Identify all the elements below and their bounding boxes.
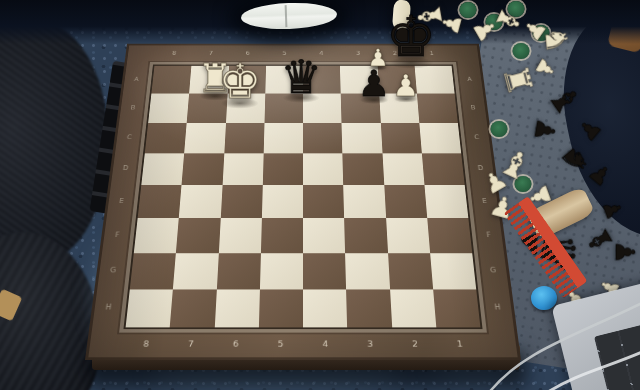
- square[interactable]: [145, 123, 187, 153]
- square[interactable]: [422, 153, 465, 185]
- square[interactable]: [182, 153, 224, 185]
- coordinate-label: 2: [412, 340, 418, 348]
- square[interactable]: [342, 123, 382, 153]
- square[interactable]: [126, 289, 174, 327]
- chess-piece-black-pawn-b3[interactable]: ♟: [358, 66, 390, 102]
- felt-base: [513, 43, 530, 59]
- coordinate-label: B: [470, 106, 475, 111]
- chess-piece-white-king[interactable]: ♚: [218, 57, 261, 105]
- square[interactable]: [176, 218, 220, 253]
- coordinate-label: F: [486, 232, 491, 238]
- board-grid: [126, 66, 481, 328]
- coordinate-label: E: [119, 198, 124, 204]
- coordinate-label: C: [126, 135, 131, 140]
- square[interactable]: [130, 253, 176, 289]
- captured-piece: ♟: [530, 116, 560, 143]
- chess-piece-black-king[interactable]: ♚: [386, 9, 436, 65]
- square[interactable]: [303, 153, 343, 185]
- square[interactable]: [303, 218, 345, 253]
- square[interactable]: [184, 123, 225, 153]
- square[interactable]: [386, 218, 430, 253]
- square[interactable]: [224, 123, 264, 153]
- table-scene: 8765432187654321ABCDEFGHABCDEFGH ♝♟♟♝♟♞♜…: [0, 0, 640, 390]
- square[interactable]: [263, 123, 303, 153]
- square[interactable]: [259, 289, 303, 327]
- coordinate-label: 4: [323, 340, 329, 348]
- coordinate-label: H: [105, 305, 112, 312]
- square[interactable]: [260, 253, 303, 289]
- chess-piece-white-pawn-b2[interactable]: ♟: [393, 71, 420, 101]
- square[interactable]: [214, 289, 259, 327]
- square[interactable]: [343, 185, 385, 218]
- square[interactable]: [388, 253, 433, 289]
- square[interactable]: [148, 94, 189, 123]
- square[interactable]: [170, 289, 216, 327]
- square[interactable]: [179, 185, 222, 218]
- square[interactable]: [216, 253, 260, 289]
- captured-piece: ♞: [540, 25, 572, 54]
- square[interactable]: [380, 123, 421, 153]
- coordinate-label: A: [467, 77, 472, 82]
- square[interactable]: [344, 218, 387, 253]
- square[interactable]: [262, 185, 303, 218]
- square[interactable]: [263, 153, 303, 185]
- square[interactable]: [424, 185, 468, 218]
- coordinate-label: G: [110, 268, 117, 274]
- square[interactable]: [427, 218, 472, 253]
- coordinate-label: 3: [356, 51, 360, 56]
- coordinate-label: C: [474, 135, 479, 140]
- blue-bottle-cap: [531, 286, 557, 310]
- coordinate-label: 3: [367, 340, 373, 348]
- square[interactable]: [417, 94, 458, 123]
- square[interactable]: [141, 153, 184, 185]
- coordinate-label: 8: [143, 340, 149, 348]
- square[interactable]: [414, 66, 454, 94]
- square[interactable]: [303, 289, 347, 327]
- square[interactable]: [218, 218, 261, 253]
- square[interactable]: [261, 218, 303, 253]
- coordinate-label: 7: [188, 340, 194, 348]
- square[interactable]: [384, 185, 427, 218]
- captured-piece: ♟: [612, 240, 638, 263]
- coordinate-label: 8: [172, 51, 177, 56]
- coordinate-label: 1: [457, 340, 463, 348]
- coordinate-label: E: [482, 198, 487, 204]
- square[interactable]: [138, 185, 182, 218]
- square[interactable]: [173, 253, 218, 289]
- square[interactable]: [419, 123, 461, 153]
- coordinate-label: D: [122, 166, 128, 172]
- square[interactable]: [343, 153, 384, 185]
- coordinate-label: 6: [233, 340, 239, 348]
- laptop-keyboard: [594, 310, 640, 390]
- square[interactable]: [346, 289, 391, 327]
- square[interactable]: [430, 253, 476, 289]
- chess-piece-black-queen[interactable]: ♛: [280, 54, 321, 100]
- square[interactable]: [303, 253, 346, 289]
- square[interactable]: [382, 153, 424, 185]
- square[interactable]: [151, 66, 191, 94]
- square[interactable]: [303, 185, 344, 218]
- square[interactable]: [390, 289, 436, 327]
- coordinate-label: G: [490, 268, 497, 274]
- dark-chair-left: [0, 18, 108, 266]
- coordinate-label: H: [494, 305, 501, 312]
- felt-base: [491, 121, 508, 137]
- coordinate-label: F: [115, 232, 120, 238]
- coordinate-label: 5: [278, 340, 284, 348]
- square[interactable]: [345, 253, 389, 289]
- coordinate-label: A: [134, 77, 139, 82]
- square[interactable]: [433, 289, 481, 327]
- coordinate-label: B: [130, 106, 135, 111]
- square[interactable]: [134, 218, 179, 253]
- square[interactable]: [220, 185, 262, 218]
- square[interactable]: [222, 153, 263, 185]
- square[interactable]: [303, 123, 343, 153]
